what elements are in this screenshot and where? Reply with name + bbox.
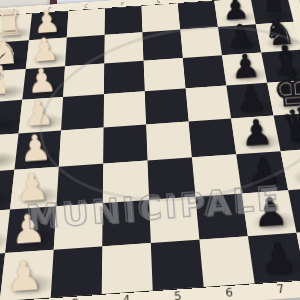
square-c5[interactable] (148, 157, 196, 199)
board-scene: 12345678 ♜♟♟♜♞♟♟♞♝♟♟♝♚♟♟♚♛♟♟♛♝♟♟♝♞♟♟♞♜♟♟… (0, 0, 300, 300)
square-g6[interactable] (180, 27, 222, 58)
square-c7[interactable]: ♟ (236, 151, 288, 193)
square-a2[interactable]: ♟ (0, 250, 54, 300)
piece-wp-a2[interactable]: ♟ (0, 254, 51, 299)
square-a3[interactable] (51, 246, 103, 297)
rank-label-near-5: 5 (174, 289, 182, 300)
rank-label-far-4: 4 (120, 1, 124, 6)
square-f5[interactable] (144, 58, 186, 91)
photo-viewport: 12345678 ♜♟♟♜♞♟♟♞♝♟♟♝♚♟♟♚♛♟♟♛♝♟♟♝♞♟♟♞♜♟♟… (0, 0, 300, 300)
piece-wp-d2[interactable]: ♟ (12, 130, 59, 169)
square-d5[interactable] (146, 122, 192, 161)
square-e3[interactable] (61, 94, 104, 130)
square-h3[interactable] (67, 8, 105, 37)
square-e5[interactable] (145, 88, 189, 124)
square-c2[interactable]: ♟ (10, 167, 59, 210)
square-b5[interactable] (149, 197, 199, 243)
square-d4[interactable] (103, 124, 147, 163)
square-e4[interactable] (104, 91, 147, 127)
square-c6[interactable] (192, 154, 242, 196)
chessboard: 12345678 ♜♟♟♜♞♟♟♞♝♟♟♝♚♟♟♚♛♟♟♛♝♟♟♝♞♟♟♞♜♟♟… (0, 0, 300, 300)
square-a5[interactable] (151, 240, 204, 291)
square-f3[interactable] (63, 63, 104, 97)
square-b6[interactable] (195, 193, 247, 239)
square-d6[interactable] (189, 119, 237, 158)
rank-label-near-7: 7 (276, 282, 286, 296)
rank-label-far-5: 5 (156, 0, 160, 3)
square-a4[interactable] (102, 243, 153, 294)
square-d3[interactable] (59, 127, 104, 166)
square-a6[interactable] (199, 236, 254, 287)
rank-label-near-3: 3 (71, 296, 79, 300)
rank-label-near-4: 4 (122, 293, 130, 300)
square-b3[interactable] (54, 203, 103, 250)
rank-label-far-3: 3 (84, 3, 88, 8)
square-c3[interactable] (56, 164, 103, 207)
square-h4[interactable] (105, 6, 143, 35)
piece-bp-a7[interactable]: ♟ (252, 237, 300, 282)
square-h5[interactable] (141, 3, 180, 32)
square-g4[interactable] (104, 32, 143, 63)
square-b4[interactable] (102, 200, 151, 246)
square-f4[interactable] (104, 61, 145, 94)
piece-bp-d7[interactable]: ♟ (234, 114, 281, 153)
square-g5[interactable] (142, 30, 182, 61)
rank-label-near-6: 6 (225, 286, 234, 300)
square-e6[interactable] (186, 86, 232, 122)
square-c4[interactable] (103, 161, 149, 204)
square-b7[interactable]: ♟ (242, 190, 297, 236)
piece-bp-c7[interactable]: ♟ (239, 151, 288, 192)
piece-bp-b7[interactable]: ♟ (245, 192, 296, 235)
square-b2[interactable]: ♟ (5, 206, 56, 253)
board-grid: ♜♟♟♜♞♟♟♞♝♟♟♝♚♟♟♚♛♟♟♛♝♟♟♝♞♟♟♞♜♟♟♜ (0, 0, 300, 300)
square-a7[interactable]: ♟ (248, 233, 300, 283)
rank-label-far-6: 6 (193, 0, 198, 1)
square-g3[interactable] (65, 35, 105, 66)
square-f6[interactable] (183, 55, 227, 88)
piece-wp-c2[interactable]: ♟ (8, 167, 57, 208)
piece-wp-b2[interactable]: ♟ (3, 209, 54, 252)
square-h6[interactable] (178, 1, 218, 30)
